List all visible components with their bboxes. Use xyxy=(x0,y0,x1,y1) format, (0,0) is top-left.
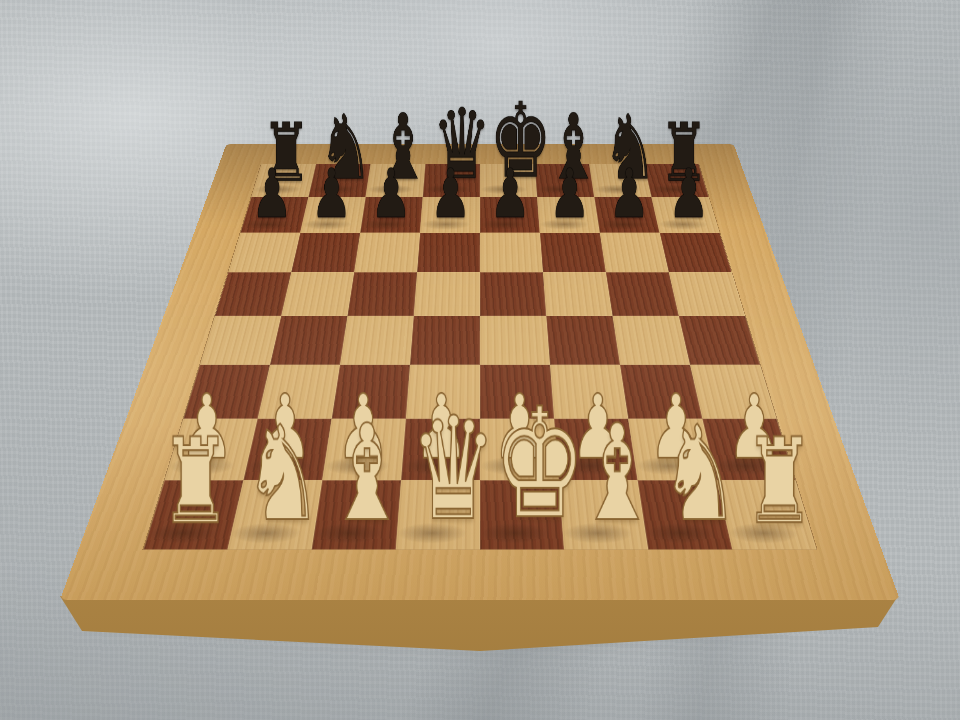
square-d5[interactable] xyxy=(414,272,480,316)
piece-white-queen-d1[interactable]: ♛ xyxy=(410,398,467,540)
square-b6[interactable] xyxy=(291,233,360,272)
piece-black-pawn-c7[interactable]: ♟ xyxy=(370,160,410,228)
square-a6[interactable] xyxy=(228,233,300,272)
square-h5[interactable] xyxy=(669,272,745,316)
square-f5[interactable] xyxy=(543,272,613,316)
square-e5[interactable] xyxy=(480,272,546,316)
piece-black-pawn-h7[interactable]: ♟ xyxy=(668,160,708,228)
chess-board: ♜♞♝♛♚♝♞♜♟♟♟♟♟♟♟♟♟♟♟♟♟♟♟♟♜♞♝♛♚♝♞♜ xyxy=(60,144,900,600)
photo-of-chess-board: ♜♞♝♛♚♝♞♜♟♟♟♟♟♟♟♟♟♟♟♟♟♟♟♟♜♞♝♛♚♝♞♜ xyxy=(0,0,960,720)
square-e1[interactable]: ♚ xyxy=(480,480,564,549)
piece-black-pawn-f7[interactable]: ♟ xyxy=(549,160,589,228)
piece-black-pawn-e7[interactable]: ♟ xyxy=(490,160,530,228)
square-e7[interactable]: ♟ xyxy=(480,197,540,233)
piece-white-rook-a1[interactable]: ♜ xyxy=(160,422,217,540)
square-h7[interactable]: ♟ xyxy=(651,197,719,233)
square-b7[interactable]: ♟ xyxy=(300,197,365,233)
square-c5[interactable] xyxy=(347,272,417,316)
square-a4[interactable] xyxy=(200,316,281,365)
board-grid: ♜♞♝♛♚♝♞♜♟♟♟♟♟♟♟♟♟♟♟♟♟♟♟♟♜♞♝♛♚♝♞♜ xyxy=(143,164,816,549)
piece-white-bishop-c1[interactable]: ♝ xyxy=(327,407,384,540)
square-d6[interactable] xyxy=(417,233,480,272)
square-f4[interactable] xyxy=(546,316,620,365)
piece-white-knight-b1[interactable]: ♞ xyxy=(243,409,300,540)
piece-white-bishop-f1[interactable]: ♝ xyxy=(577,407,634,540)
square-c7[interactable]: ♟ xyxy=(360,197,423,233)
square-a5[interactable] xyxy=(215,272,291,316)
piece-black-pawn-g7[interactable]: ♟ xyxy=(609,160,649,228)
piece-white-knight-g1[interactable]: ♞ xyxy=(660,409,717,540)
square-a1[interactable]: ♜ xyxy=(143,480,243,549)
square-d4[interactable] xyxy=(410,316,480,365)
piece-black-pawn-a7[interactable]: ♟ xyxy=(251,160,291,228)
square-b4[interactable] xyxy=(270,316,347,365)
square-c1[interactable]: ♝ xyxy=(312,480,401,549)
piece-black-pawn-b7[interactable]: ♟ xyxy=(311,160,351,228)
square-f6[interactable] xyxy=(540,233,606,272)
square-e6[interactable] xyxy=(480,233,543,272)
square-c6[interactable] xyxy=(354,233,420,272)
piece-black-pawn-d7[interactable]: ♟ xyxy=(430,160,470,228)
square-f7[interactable]: ♟ xyxy=(537,197,600,233)
square-b1[interactable]: ♞ xyxy=(228,480,323,549)
square-g6[interactable] xyxy=(600,233,669,272)
square-g7[interactable]: ♟ xyxy=(594,197,659,233)
square-d7[interactable]: ♟ xyxy=(420,197,480,233)
square-e4[interactable] xyxy=(480,316,550,365)
square-g5[interactable] xyxy=(606,272,679,316)
piece-white-rook-h1[interactable]: ♜ xyxy=(744,422,801,540)
scene: ♜♞♝♛♚♝♞♜♟♟♟♟♟♟♟♟♟♟♟♟♟♟♟♟♜♞♝♛♚♝♞♜ xyxy=(0,0,960,720)
square-d1[interactable]: ♛ xyxy=(396,480,480,549)
square-h4[interactable] xyxy=(679,316,760,365)
square-a7[interactable]: ♟ xyxy=(240,197,308,233)
square-b5[interactable] xyxy=(281,272,354,316)
square-g4[interactable] xyxy=(613,316,690,365)
square-h6[interactable] xyxy=(660,233,732,272)
square-c4[interactable] xyxy=(340,316,414,365)
piece-white-king-e1[interactable]: ♚ xyxy=(493,388,550,540)
